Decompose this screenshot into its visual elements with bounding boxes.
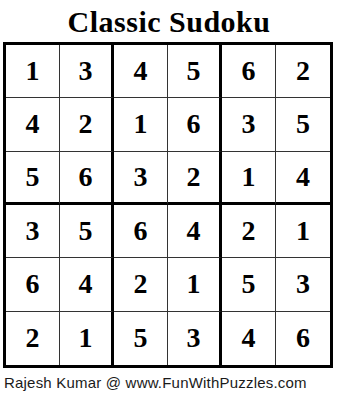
sudoku-cell-r4c1: 3 [6, 205, 60, 258]
sudoku-cell-r6c1: 2 [6, 312, 60, 365]
page-title: Classic Sudoku [0, 0, 338, 42]
sudoku-cell-r6c2: 1 [60, 312, 114, 365]
sudoku-cell-r4c3: 6 [114, 205, 168, 258]
sudoku-cell-r2c3: 1 [114, 98, 168, 151]
sudoku-cell-r1c1: 1 [6, 45, 60, 98]
sudoku-cell-r6c3: 5 [114, 312, 168, 365]
sudoku-cell-r3c5: 1 [222, 152, 276, 205]
sudoku-cell-r5c1: 6 [6, 258, 60, 311]
sudoku-cell-r5c2: 4 [60, 258, 114, 311]
sudoku-cell-r5c3: 2 [114, 258, 168, 311]
sudoku-cell-r2c2: 2 [60, 98, 114, 151]
sudoku-cell-r4c5: 2 [222, 205, 276, 258]
sudoku-cell-r3c2: 6 [60, 152, 114, 205]
sudoku-cell-r2c5: 3 [222, 98, 276, 151]
sudoku-cell-r1c5: 6 [222, 45, 276, 98]
sudoku-cell-r4c2: 5 [60, 205, 114, 258]
sudoku-cell-r4c6: 1 [276, 205, 330, 258]
sudoku-cell-r2c4: 6 [168, 98, 222, 151]
sudoku-cell-r4c4: 4 [168, 205, 222, 258]
sudoku-cell-r2c6: 5 [276, 98, 330, 151]
sudoku-cell-r3c1: 5 [6, 152, 60, 205]
sudoku-cell-r5c4: 1 [168, 258, 222, 311]
sudoku-cell-r3c3: 3 [114, 152, 168, 205]
sudoku-cell-r5c5: 5 [222, 258, 276, 311]
sudoku-cell-r1c6: 2 [276, 45, 330, 98]
sudoku-cell-r1c3: 4 [114, 45, 168, 98]
credit-text: Rajesh Kumar @ www.FunWithPuzzles.com [4, 374, 338, 391]
sudoku-cell-r5c6: 3 [276, 258, 330, 311]
sudoku-cell-r2c1: 4 [6, 98, 60, 151]
sudoku-cell-r3c4: 2 [168, 152, 222, 205]
sudoku-cell-r6c5: 4 [222, 312, 276, 365]
sudoku-cell-r1c2: 3 [60, 45, 114, 98]
sudoku-cell-r6c4: 3 [168, 312, 222, 365]
sudoku-board: 134562421635563214356421642153215346 [3, 42, 333, 368]
sudoku-cell-r6c6: 6 [276, 312, 330, 365]
sudoku-cell-r3c6: 4 [276, 152, 330, 205]
sudoku-cell-r1c4: 5 [168, 45, 222, 98]
